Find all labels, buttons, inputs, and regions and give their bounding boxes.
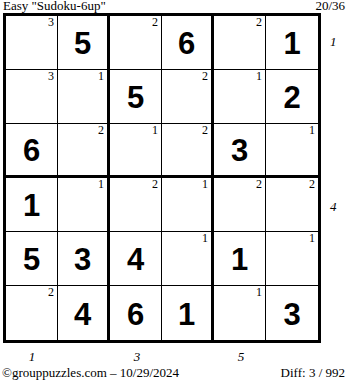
pencil-mark: 1 xyxy=(98,70,104,84)
cell-r4c5[interactable]: 2 xyxy=(214,178,266,232)
given-digit: 1 xyxy=(178,299,195,330)
copyright-text: ©grouppuzzles.com – 10/29/2024 xyxy=(2,365,179,381)
pencil-mark: 2 xyxy=(256,16,262,30)
given-digit: 5 xyxy=(23,244,40,275)
given-digit: 2 xyxy=(283,82,300,113)
cell-r5c4[interactable]: 1 xyxy=(162,232,214,286)
col-label-3: 3 xyxy=(134,349,141,365)
pencil-mark: 1 xyxy=(202,178,208,192)
cell-r1c2[interactable]: 5 xyxy=(58,16,110,70)
given-digit: 1 xyxy=(283,28,300,59)
pencil-mark: 3 xyxy=(48,70,54,84)
pencil-mark: 2 xyxy=(152,16,158,30)
cell-r1c1[interactable]: 3 xyxy=(6,16,58,70)
pencil-mark: 2 xyxy=(309,178,315,192)
cell-r1c6[interactable]: 1 xyxy=(266,16,318,70)
cell-r3c3[interactable]: 1 xyxy=(110,124,162,178)
pencil-mark: 1 xyxy=(309,124,315,138)
col-label-5: 5 xyxy=(238,349,245,365)
pencil-mark: 1 xyxy=(256,286,262,300)
given-digit: 4 xyxy=(127,244,144,275)
pencil-mark: 2 xyxy=(48,286,54,300)
cell-r2c5[interactable]: 1 xyxy=(214,70,266,124)
cell-r5c1[interactable]: 5 xyxy=(6,232,58,286)
cell-r4c3[interactable]: 2 xyxy=(110,178,162,232)
given-digit: 3 xyxy=(231,135,248,166)
cell-r2c2[interactable]: 1 xyxy=(58,70,110,124)
pencil-mark: 2 xyxy=(98,124,104,138)
pencil-mark: 2 xyxy=(152,178,158,192)
pencil-mark: 2 xyxy=(202,124,208,138)
pencil-mark: 2 xyxy=(202,70,208,84)
cell-r2c1[interactable]: 3 xyxy=(6,70,58,124)
cell-r4c2[interactable]: 1 xyxy=(58,178,110,232)
cell-r2c4[interactable]: 2 xyxy=(162,70,214,124)
given-digit: 1 xyxy=(23,190,40,221)
cell-r6c4[interactable]: 1 xyxy=(162,286,214,340)
cell-r4c1[interactable]: 1 xyxy=(6,178,58,232)
cell-r6c2[interactable]: 4 xyxy=(58,286,110,340)
cell-r6c6[interactable]: 3 xyxy=(266,286,318,340)
given-digit: 1 xyxy=(231,244,248,275)
pencil-mark: 1 xyxy=(256,70,262,84)
cell-r3c1[interactable]: 6 xyxy=(6,124,58,178)
cell-r2c3[interactable]: 5 xyxy=(110,70,162,124)
puzzle-page: Easy "Sudoku-6up" 20/36 3526213152126212… xyxy=(0,0,347,381)
pencil-mark: 2 xyxy=(256,178,262,192)
cell-r6c1[interactable]: 2 xyxy=(6,286,58,340)
cell-r6c3[interactable]: 6 xyxy=(110,286,162,340)
cell-r3c5[interactable]: 3 xyxy=(214,124,266,178)
cell-r5c3[interactable]: 4 xyxy=(110,232,162,286)
given-digit: 3 xyxy=(74,244,91,275)
cell-r1c4[interactable]: 6 xyxy=(162,16,214,70)
cell-r3c4[interactable]: 2 xyxy=(162,124,214,178)
cell-r1c5[interactable]: 2 xyxy=(214,16,266,70)
pencil-mark: 1 xyxy=(98,178,104,192)
pencil-mark: 1 xyxy=(202,232,208,246)
sudoku-board: 352621315212621231112122534111246113 xyxy=(3,13,321,343)
given-digit: 6 xyxy=(178,28,195,59)
pencil-mark: 1 xyxy=(309,232,315,246)
row-label-4: 4 xyxy=(330,199,337,215)
puzzle-title: Easy "Sudoku-6up" xyxy=(3,0,106,14)
cell-r2c6[interactable]: 2 xyxy=(266,70,318,124)
cell-r3c6[interactable]: 1 xyxy=(266,124,318,178)
cell-r6c5[interactable]: 1 xyxy=(214,286,266,340)
cell-r3c2[interactable]: 2 xyxy=(58,124,110,178)
difficulty-text: Diff: 3 / 992 xyxy=(281,365,345,381)
given-digit: 4 xyxy=(74,299,91,330)
cell-r5c2[interactable]: 3 xyxy=(58,232,110,286)
progress-counter: 20/36 xyxy=(315,0,345,14)
given-digit: 3 xyxy=(283,299,300,330)
pencil-mark: 1 xyxy=(152,124,158,138)
pencil-mark: 3 xyxy=(48,16,54,30)
given-digit: 6 xyxy=(127,299,144,330)
cell-r4c6[interactable]: 2 xyxy=(266,178,318,232)
cell-r5c6[interactable]: 1 xyxy=(266,232,318,286)
row-label-1: 1 xyxy=(330,34,337,50)
given-digit: 5 xyxy=(127,82,144,113)
cell-r1c3[interactable]: 2 xyxy=(110,16,162,70)
cell-r5c5[interactable]: 1 xyxy=(214,232,266,286)
given-digit: 5 xyxy=(74,28,91,59)
given-digit: 6 xyxy=(23,135,40,166)
col-label-1: 1 xyxy=(29,349,36,365)
cell-r4c4[interactable]: 1 xyxy=(162,178,214,232)
